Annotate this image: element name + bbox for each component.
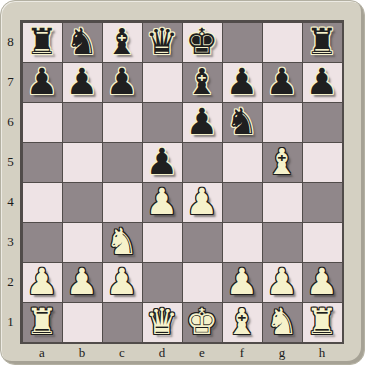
piece-black-pawn[interactable]: ♟	[26, 62, 58, 102]
piece-white-bishop[interactable]: ♝	[226, 302, 258, 342]
square-g5[interactable]: ♝	[262, 142, 302, 182]
file-label-g: g	[262, 343, 302, 363]
square-e4[interactable]: ♟	[182, 182, 222, 222]
square-e1[interactable]: ♚	[182, 302, 222, 342]
file-label-b: b	[62, 343, 102, 363]
square-a7[interactable]: ♟	[22, 62, 62, 102]
square-d3[interactable]	[142, 222, 182, 262]
rank-label-7: 7	[1, 62, 20, 102]
square-a8[interactable]: ♜	[22, 22, 62, 62]
piece-black-pawn[interactable]: ♟	[106, 62, 138, 102]
piece-white-king[interactable]: ♚	[186, 302, 218, 342]
square-h7[interactable]: ♟	[302, 62, 342, 102]
piece-black-pawn[interactable]: ♟	[186, 102, 218, 142]
piece-white-queen[interactable]: ♛	[146, 302, 178, 342]
square-g2[interactable]: ♟	[262, 262, 302, 302]
board-panel: ♜♞♝♛♚♜♟♟♟♝♟♟♟♟♞♟♝♟♟♞♟♟♟♟♟♟♜♛♚♝♞♜ 8765432…	[0, 0, 365, 365]
square-c4[interactable]	[102, 182, 142, 222]
file-label-f: f	[222, 343, 262, 363]
piece-white-pawn[interactable]: ♟	[186, 182, 218, 222]
piece-black-knight[interactable]: ♞	[226, 102, 258, 142]
square-g3[interactable]	[262, 222, 302, 262]
square-b5[interactable]	[62, 142, 102, 182]
board: ♜♞♝♛♚♜♟♟♟♝♟♟♟♟♞♟♝♟♟♞♟♟♟♟♟♟♜♛♚♝♞♜	[20, 20, 344, 344]
square-a1[interactable]: ♜	[22, 302, 62, 342]
square-g7[interactable]: ♟	[262, 62, 302, 102]
piece-black-pawn[interactable]: ♟	[66, 62, 98, 102]
square-e2[interactable]	[182, 262, 222, 302]
square-c1[interactable]	[102, 302, 142, 342]
square-b6[interactable]	[62, 102, 102, 142]
piece-black-pawn[interactable]: ♟	[226, 62, 258, 102]
piece-white-pawn[interactable]: ♟	[26, 262, 58, 302]
square-f8[interactable]	[222, 22, 262, 62]
square-h1[interactable]: ♜	[302, 302, 342, 342]
square-a2[interactable]: ♟	[22, 262, 62, 302]
piece-white-pawn[interactable]: ♟	[266, 262, 298, 302]
square-h4[interactable]	[302, 182, 342, 222]
square-h5[interactable]	[302, 142, 342, 182]
piece-white-rook[interactable]: ♜	[306, 302, 338, 342]
square-b8[interactable]: ♞	[62, 22, 102, 62]
rank-label-4: 4	[1, 182, 20, 222]
square-b4[interactable]	[62, 182, 102, 222]
square-h3[interactable]	[302, 222, 342, 262]
file-label-c: c	[102, 343, 142, 363]
piece-black-rook[interactable]: ♜	[26, 22, 58, 62]
piece-black-bishop[interactable]: ♝	[186, 62, 218, 102]
piece-white-rook[interactable]: ♜	[26, 302, 58, 342]
square-a6[interactable]	[22, 102, 62, 142]
piece-white-knight[interactable]: ♞	[106, 222, 138, 262]
square-e5[interactable]	[182, 142, 222, 182]
square-d1[interactable]: ♛	[142, 302, 182, 342]
square-a4[interactable]	[22, 182, 62, 222]
square-h2[interactable]: ♟	[302, 262, 342, 302]
square-g6[interactable]	[262, 102, 302, 142]
piece-white-pawn[interactable]: ♟	[146, 182, 178, 222]
piece-black-rook[interactable]: ♜	[306, 22, 338, 62]
file-label-h: h	[302, 343, 342, 363]
rank-label-1: 1	[1, 302, 20, 342]
square-e3[interactable]	[182, 222, 222, 262]
square-d6[interactable]	[142, 102, 182, 142]
square-f1[interactable]: ♝	[222, 302, 262, 342]
rank-label-8: 8	[1, 22, 20, 62]
piece-white-bishop[interactable]: ♝	[266, 142, 298, 182]
square-d2[interactable]	[142, 262, 182, 302]
rank-label-5: 5	[1, 142, 20, 182]
square-f2[interactable]: ♟	[222, 262, 262, 302]
square-d7[interactable]	[142, 62, 182, 102]
square-d4[interactable]: ♟	[142, 182, 182, 222]
square-f4[interactable]	[222, 182, 262, 222]
square-b2[interactable]: ♟	[62, 262, 102, 302]
file-labels: abcdefgh	[22, 343, 342, 363]
piece-white-pawn[interactable]: ♟	[306, 262, 338, 302]
square-f6[interactable]: ♞	[222, 102, 262, 142]
rank-label-2: 2	[1, 262, 20, 302]
square-c3[interactable]: ♞	[102, 222, 142, 262]
piece-black-pawn[interactable]: ♟	[266, 62, 298, 102]
square-c2[interactable]: ♟	[102, 262, 142, 302]
square-f3[interactable]	[222, 222, 262, 262]
square-a3[interactable]	[22, 222, 62, 262]
square-f7[interactable]: ♟	[222, 62, 262, 102]
square-d5[interactable]: ♟	[142, 142, 182, 182]
square-g1[interactable]: ♞	[262, 302, 302, 342]
file-label-d: d	[142, 343, 182, 363]
square-b7[interactable]: ♟	[62, 62, 102, 102]
square-e8[interactable]: ♚	[182, 22, 222, 62]
square-h8[interactable]: ♜	[302, 22, 342, 62]
square-h6[interactable]	[302, 102, 342, 142]
square-e6[interactable]: ♟	[182, 102, 222, 142]
square-f5[interactable]	[222, 142, 262, 182]
rank-label-6: 6	[1, 102, 20, 142]
piece-black-king[interactable]: ♚	[186, 22, 218, 62]
piece-white-pawn[interactable]: ♟	[106, 262, 138, 302]
square-c5[interactable]	[102, 142, 142, 182]
square-a5[interactable]	[22, 142, 62, 182]
piece-black-knight[interactable]: ♞	[66, 22, 98, 62]
piece-black-bishop[interactable]: ♝	[106, 22, 138, 62]
piece-black-queen[interactable]: ♛	[146, 22, 178, 62]
piece-black-pawn[interactable]: ♟	[146, 142, 178, 182]
rank-label-3: 3	[1, 222, 20, 262]
rank-labels: 87654321	[1, 22, 20, 342]
square-b3[interactable]	[62, 222, 102, 262]
square-c6[interactable]	[102, 102, 142, 142]
piece-white-pawn[interactable]: ♟	[226, 262, 258, 302]
square-c8[interactable]: ♝	[102, 22, 142, 62]
piece-white-knight[interactable]: ♞	[266, 302, 298, 342]
square-g4[interactable]	[262, 182, 302, 222]
file-label-e: e	[182, 343, 222, 363]
piece-white-pawn[interactable]: ♟	[66, 262, 98, 302]
square-c7[interactable]: ♟	[102, 62, 142, 102]
piece-black-pawn[interactable]: ♟	[306, 62, 338, 102]
square-d8[interactable]: ♛	[142, 22, 182, 62]
square-g8[interactable]	[262, 22, 302, 62]
square-b1[interactable]	[62, 302, 102, 342]
square-e7[interactable]: ♝	[182, 62, 222, 102]
file-label-a: a	[22, 343, 62, 363]
